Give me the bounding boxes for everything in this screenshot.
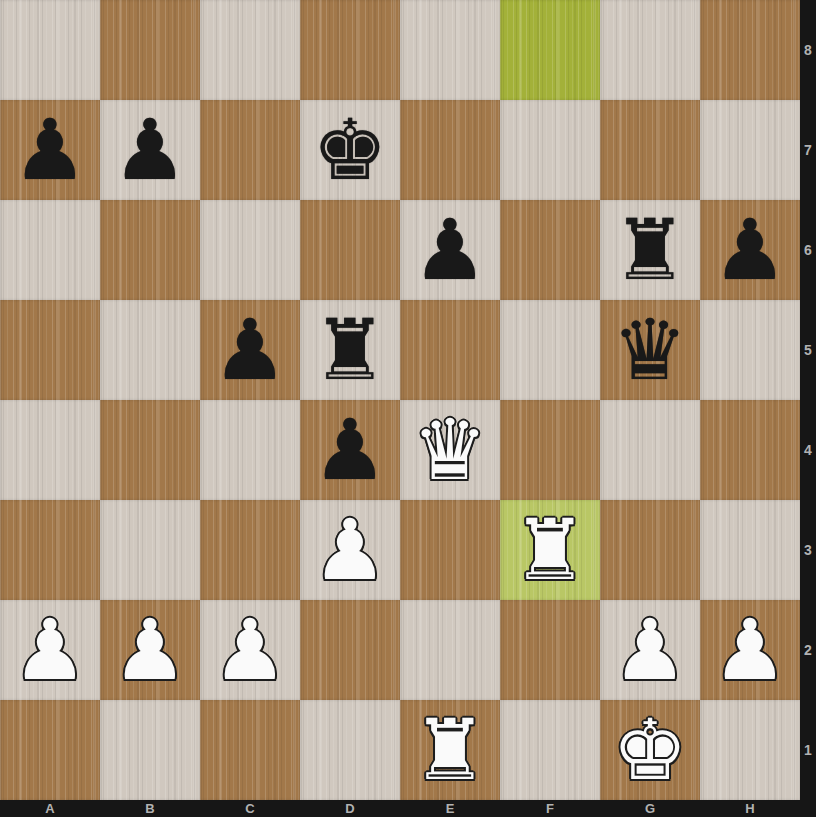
square-d4[interactable]: ♟ [300,400,400,500]
square-f7[interactable] [500,100,600,200]
square-b1[interactable] [100,700,200,800]
square-a4[interactable] [0,400,100,500]
square-g4[interactable] [600,400,700,500]
white-king[interactable]: ♚ [612,708,687,792]
square-e6[interactable]: ♟ [400,200,500,300]
square-c7[interactable] [200,100,300,200]
square-d3[interactable]: ♟ [300,500,400,600]
square-b2[interactable]: ♟ [100,600,200,700]
square-h6[interactable]: ♟ [700,200,800,300]
square-g3[interactable] [600,500,700,600]
square-e7[interactable] [400,100,500,200]
black-pawn[interactable]: ♟ [712,208,787,292]
square-d8[interactable] [300,0,400,100]
white-pawn[interactable]: ♟ [12,608,87,692]
square-b8[interactable] [100,0,200,100]
square-c8[interactable] [200,0,300,100]
white-pawn[interactable]: ♟ [712,608,787,692]
white-rook[interactable]: ♜ [412,708,487,792]
square-c3[interactable] [200,500,300,600]
black-king[interactable]: ♚ [312,108,387,192]
square-h5[interactable] [700,300,800,400]
square-d2[interactable] [300,600,400,700]
square-a3[interactable] [0,500,100,600]
square-g6[interactable]: ♜ [600,200,700,300]
square-f2[interactable] [500,600,600,700]
square-h2[interactable]: ♟ [700,600,800,700]
rank-label-3: 3 [800,500,816,600]
file-label-f: F [500,800,600,817]
square-g5[interactable]: ♛ [600,300,700,400]
square-f5[interactable] [500,300,600,400]
square-g1[interactable]: ♚ [600,700,700,800]
square-a5[interactable] [0,300,100,400]
square-h1[interactable] [700,700,800,800]
square-e5[interactable] [400,300,500,400]
frame-corner [800,800,816,817]
square-c4[interactable] [200,400,300,500]
square-f4[interactable] [500,400,600,500]
square-a1[interactable] [0,700,100,800]
square-c2[interactable]: ♟ [200,600,300,700]
square-e1[interactable]: ♜ [400,700,500,800]
square-d5[interactable]: ♜ [300,300,400,400]
square-c6[interactable] [200,200,300,300]
square-g2[interactable]: ♟ [600,600,700,700]
white-pawn[interactable]: ♟ [112,608,187,692]
white-rook[interactable]: ♜ [512,508,587,592]
file-label-a: A [0,800,100,817]
square-e3[interactable] [400,500,500,600]
rank-label-8: 8 [800,0,816,100]
file-label-b: B [100,800,200,817]
file-label-g: G [600,800,700,817]
file-label-h: H [700,800,800,817]
square-b7[interactable]: ♟ [100,100,200,200]
black-pawn[interactable]: ♟ [312,408,387,492]
square-c1[interactable] [200,700,300,800]
chess-board-window: ♟♟♚♟♜♟♟♜♛♟♛♟♜♟♟♟♟♟♜♚ 87654321 ABCDEFGH [0,0,816,817]
square-h7[interactable] [700,100,800,200]
black-queen[interactable]: ♛ [612,308,687,392]
square-d1[interactable] [300,700,400,800]
black-pawn[interactable]: ♟ [12,108,87,192]
square-b6[interactable] [100,200,200,300]
black-rook[interactable]: ♜ [312,308,387,392]
white-queen[interactable]: ♛ [412,408,487,492]
white-pawn[interactable]: ♟ [212,608,287,692]
square-a6[interactable] [0,200,100,300]
board: ♟♟♚♟♜♟♟♜♛♟♛♟♜♟♟♟♟♟♜♚ [0,0,800,800]
rank-label-6: 6 [800,200,816,300]
black-rook[interactable]: ♜ [612,208,687,292]
rank-label-5: 5 [800,300,816,400]
black-pawn[interactable]: ♟ [212,308,287,392]
black-pawn[interactable]: ♟ [112,108,187,192]
square-a7[interactable]: ♟ [0,100,100,200]
square-g8[interactable] [600,0,700,100]
square-h8[interactable] [700,0,800,100]
square-e4[interactable]: ♛ [400,400,500,500]
square-b3[interactable] [100,500,200,600]
file-label-e: E [400,800,500,817]
square-g7[interactable] [600,100,700,200]
square-c5[interactable]: ♟ [200,300,300,400]
square-a8[interactable] [0,0,100,100]
square-h3[interactable] [700,500,800,600]
rank-label-7: 7 [800,100,816,200]
square-e8[interactable] [400,0,500,100]
file-coordinates: ABCDEFGH [0,800,800,817]
file-label-c: C [200,800,300,817]
white-pawn[interactable]: ♟ [312,508,387,592]
rank-label-1: 1 [800,700,816,800]
square-a2[interactable]: ♟ [0,600,100,700]
black-pawn[interactable]: ♟ [412,208,487,292]
square-f3[interactable]: ♜ [500,500,600,600]
square-f1[interactable] [500,700,600,800]
square-d7[interactable]: ♚ [300,100,400,200]
square-b5[interactable] [100,300,200,400]
white-pawn[interactable]: ♟ [612,608,687,692]
rank-coordinates: 87654321 [800,0,816,800]
square-f8[interactable] [500,0,600,100]
square-h4[interactable] [700,400,800,500]
square-e2[interactable] [400,600,500,700]
square-f6[interactable] [500,200,600,300]
rank-label-2: 2 [800,600,816,700]
file-label-d: D [300,800,400,817]
square-b4[interactable] [100,400,200,500]
rank-label-4: 4 [800,400,816,500]
square-d6[interactable] [300,200,400,300]
